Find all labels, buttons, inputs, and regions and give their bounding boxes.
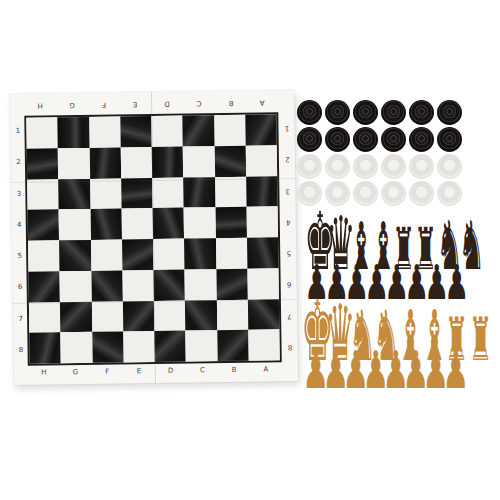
square-h2: [27, 148, 59, 179]
black-checkers-row-2: [297, 127, 462, 152]
square-d8: [154, 331, 186, 362]
chess-board-grid: [24, 112, 281, 366]
white-checker: [297, 154, 322, 179]
black-checker: [297, 127, 322, 152]
square-g4: [59, 209, 91, 240]
file-label-bottom-c: C: [187, 367, 219, 374]
square-a6: [247, 268, 279, 299]
square-b8: [217, 330, 249, 361]
square-d6: [153, 269, 185, 300]
square-a1: [245, 114, 277, 145]
square-d3: [152, 177, 184, 208]
rank-label-right-5: 5: [283, 237, 294, 268]
white-checker: [353, 154, 378, 179]
square-e6: [122, 270, 154, 301]
white-checker: [325, 154, 350, 179]
square-c2: [183, 146, 215, 177]
black-checker: [381, 100, 406, 125]
rank-label-right-4: 4: [283, 206, 294, 237]
rank-label-left-8: 8: [15, 335, 26, 366]
square-b4: [215, 207, 247, 238]
light-pawn: ♟: [342, 344, 354, 396]
square-b1: [214, 115, 246, 146]
rank-label-left-2: 2: [13, 147, 24, 178]
square-h3: [27, 179, 59, 210]
file-label-top-e: E: [119, 100, 151, 107]
black-checker: [353, 127, 378, 152]
square-g7: [60, 301, 92, 332]
file-label-top-b: B: [215, 99, 247, 106]
light-pawn: ♟: [422, 344, 434, 396]
square-a3: [246, 176, 278, 207]
black-checker: [325, 127, 350, 152]
square-g5: [59, 240, 91, 271]
square-h4: [28, 210, 60, 241]
square-a4: [246, 207, 278, 238]
black-checker: [409, 100, 434, 125]
square-h1: [26, 117, 58, 148]
black-checker: [437, 127, 462, 152]
rank-label-left-7: 7: [15, 303, 26, 334]
chessboard-mat: HGFEDCBA HGFEDCBA 12345678 12345678: [10, 90, 298, 385]
file-label-bottom-b: B: [218, 367, 250, 374]
white-checker: [409, 154, 434, 179]
rank-label-right-1: 1: [281, 112, 292, 143]
square-f1: [89, 116, 121, 147]
file-label-bottom-d: D: [155, 368, 187, 375]
square-d4: [153, 208, 185, 239]
light-pawn: ♟: [442, 344, 454, 396]
square-a7: [248, 299, 280, 330]
square-b5: [216, 238, 248, 269]
square-e8: [123, 331, 155, 362]
square-e1: [120, 116, 152, 147]
square-b7: [216, 299, 248, 330]
file-label-bottom-f: F: [91, 368, 123, 375]
black-checker: [409, 127, 434, 152]
square-c4: [184, 207, 216, 238]
light-pawn: ♟: [362, 344, 374, 396]
file-label-top-h: H: [24, 101, 56, 108]
file-label-bottom-a: A: [250, 366, 282, 373]
black-checker: [353, 100, 378, 125]
square-c8: [186, 330, 218, 361]
file-label-top-g: G: [56, 101, 88, 108]
square-g1: [58, 117, 90, 148]
square-f6: [91, 270, 123, 301]
square-g8: [61, 332, 93, 363]
rank-label-right-3: 3: [282, 175, 293, 206]
light-pawn: ♟: [302, 344, 314, 396]
black-checkers-row-1: [297, 100, 462, 125]
file-label-bottom-e: E: [123, 368, 155, 375]
light-rook: ♜: [469, 309, 480, 369]
file-labels-bottom: HGFEDCBA: [28, 366, 282, 377]
black-checker: [297, 100, 322, 125]
square-a5: [247, 237, 279, 268]
black-checker: [437, 100, 462, 125]
square-e3: [121, 178, 153, 209]
square-c3: [183, 177, 215, 208]
black-checker: [325, 100, 350, 125]
rank-label-left-5: 5: [14, 241, 25, 272]
file-label-top-f: F: [88, 100, 120, 107]
square-c6: [185, 269, 217, 300]
square-e5: [122, 239, 154, 270]
black-checker: [381, 127, 406, 152]
file-label-top-a: A: [246, 98, 278, 105]
light-pawn: ♟: [382, 344, 394, 396]
square-d2: [152, 146, 184, 177]
square-g3: [58, 178, 90, 209]
square-g6: [60, 271, 92, 302]
light-chess-pawn-row: ♟♟♟♟♟♟♟♟: [298, 344, 458, 396]
file-label-top-d: D: [151, 100, 183, 107]
square-h7: [29, 302, 61, 333]
square-f7: [91, 301, 123, 332]
square-h6: [28, 271, 60, 302]
rank-label-left-4: 4: [14, 210, 25, 241]
square-f5: [91, 239, 123, 270]
square-g2: [58, 148, 90, 179]
square-c7: [185, 300, 217, 331]
square-e4: [121, 208, 153, 239]
white-checkers-row-1: [297, 154, 462, 179]
file-label-bottom-h: H: [28, 369, 60, 376]
file-labels-top: HGFEDCBA: [24, 98, 278, 109]
rank-label-left-3: 3: [13, 178, 24, 209]
square-a8: [248, 330, 280, 361]
square-f4: [90, 209, 122, 240]
rank-label-right-2: 2: [282, 143, 293, 174]
square-h8: [29, 333, 61, 364]
square-b3: [215, 176, 247, 207]
square-d5: [153, 239, 185, 270]
square-d7: [154, 300, 186, 331]
white-checker: [381, 154, 406, 179]
white-checker: [437, 154, 462, 179]
rank-label-left-1: 1: [12, 116, 23, 147]
square-b2: [214, 145, 246, 176]
light-pawn: ♟: [402, 344, 414, 396]
square-c1: [183, 115, 215, 146]
square-e7: [123, 301, 155, 332]
rank-label-left-6: 6: [14, 272, 25, 303]
square-e2: [120, 147, 152, 178]
file-label-top-c: C: [183, 99, 215, 106]
square-b6: [216, 268, 248, 299]
file-label-bottom-g: G: [60, 369, 92, 376]
product-photo: HGFEDCBA HGFEDCBA 12345678 12345678 ♚♛♝♝…: [0, 0, 500, 500]
square-c5: [184, 238, 216, 269]
square-a2: [245, 145, 277, 176]
light-pawn: ♟: [322, 344, 334, 396]
square-d1: [151, 116, 183, 147]
square-f3: [90, 178, 122, 209]
square-h5: [28, 240, 60, 271]
square-f8: [92, 332, 124, 363]
square-f2: [89, 147, 121, 178]
